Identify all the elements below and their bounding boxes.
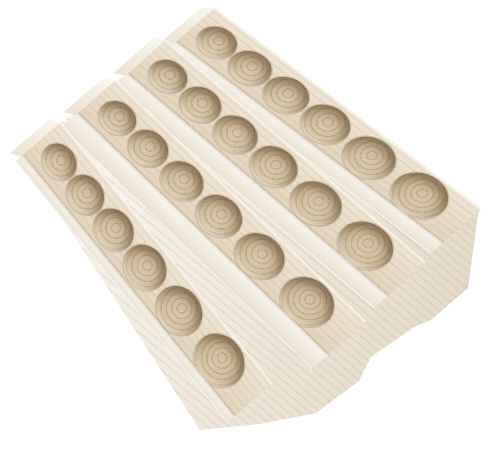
wooden-tiered-pit-board bbox=[0, 0, 500, 455]
